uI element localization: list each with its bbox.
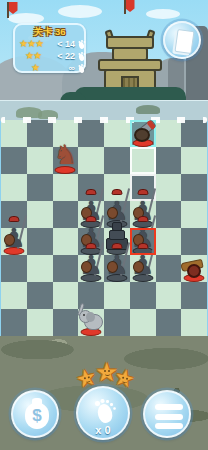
piece-layer: ♞♟♟♟♟♟♟♟♟♟ — [1, 120, 207, 336]
cloud — [146, 9, 180, 19]
piece-soldier-enemy[interactable]: ♟ — [78, 236, 104, 282]
game-board[interactable]: ♞♟♟♟♟♟♟♟♟♟ — [1, 120, 207, 336]
flag-pole — [7, 2, 9, 18]
step-requirement: ∞ — [63, 63, 77, 73]
game-screen: { "game": "cartoon xiangqi-themed chess … — [0, 0, 208, 450]
star-icon: ★ — [35, 39, 44, 49]
piece-horse-red[interactable]: ♞ — [53, 128, 79, 174]
highlight-path — [130, 147, 156, 174]
steps-button[interactable]: x 0 — [76, 386, 130, 440]
footprint-icon — [77, 39, 85, 49]
piece-elephant-red[interactable] — [78, 290, 104, 336]
piece-cannon-gray-red[interactable] — [130, 101, 156, 147]
money-button[interactable]: $ — [11, 390, 59, 438]
flag-pole — [124, 0, 126, 14]
card-button[interactable] — [163, 21, 201, 59]
money-bag-icon: $ — [25, 403, 49, 429]
step-count-label: x 0 — [78, 424, 128, 436]
piece-cannon-bronze-red[interactable] — [181, 236, 207, 282]
red-flag — [126, 0, 135, 12]
cloud — [58, 5, 102, 18]
step-requirement: < 14 — [51, 39, 77, 49]
star-icon: ★ — [33, 51, 42, 61]
piece-soldier-enemy[interactable]: ♟ — [104, 236, 130, 282]
menu-button[interactable] — [143, 390, 191, 438]
footprint-icon — [92, 397, 118, 425]
hamburger-menu-icon — [155, 404, 183, 433]
star-icon: ★ — [31, 63, 40, 73]
card-icon — [174, 29, 194, 54]
dollar-sign: $ — [25, 406, 49, 426]
step-requirement: < 22 — [57, 51, 77, 61]
star-requirement-row: ★★< 22 — [19, 50, 85, 61]
footprint-icon — [77, 51, 85, 61]
red-flag — [9, 2, 18, 14]
piece-soldier-red[interactable]: ♟ — [1, 209, 27, 255]
star-requirement-row: ★★★< 14 — [19, 38, 85, 49]
highlight-selected-red — [130, 228, 156, 255]
star-requirement-row: ★∞ — [19, 62, 85, 73]
level-info-panel: 关卡 36 ★★★< 14★★< 22★∞ — [13, 23, 86, 73]
footprint-icon — [77, 63, 85, 73]
